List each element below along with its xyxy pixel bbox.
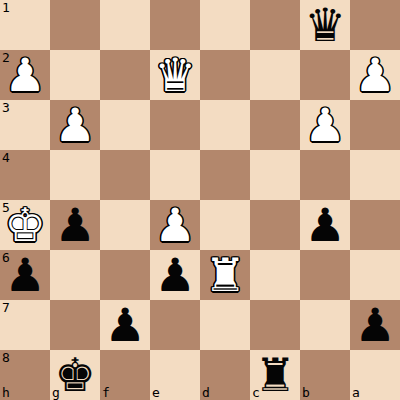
file-label-d: d	[202, 385, 210, 400]
file-label-e: e	[152, 385, 160, 400]
square-b3[interactable]: ♟	[300, 100, 350, 150]
square-h6[interactable]: 6♟	[0, 250, 50, 300]
piece-white-pawn-e5[interactable]: ♟	[150, 200, 200, 250]
piece-white-rook-d6[interactable]: ♜	[200, 250, 250, 300]
rank-label-3: 3	[2, 100, 10, 115]
square-d6[interactable]: ♜	[200, 250, 250, 300]
square-h4[interactable]: 4	[0, 150, 50, 200]
square-c6[interactable]	[250, 250, 300, 300]
square-b7[interactable]	[300, 300, 350, 350]
square-a2[interactable]: ♟	[350, 50, 400, 100]
square-f6[interactable]	[100, 250, 150, 300]
piece-black-queen-b1[interactable]: ♛	[300, 0, 350, 50]
square-f3[interactable]	[100, 100, 150, 150]
piece-white-pawn-g3[interactable]: ♟	[50, 100, 100, 150]
piece-white-pawn-h2[interactable]: ♟	[0, 50, 50, 100]
piece-black-rook-c8[interactable]: ♜	[250, 350, 300, 400]
square-f7[interactable]: ♟	[100, 300, 150, 350]
square-d3[interactable]	[200, 100, 250, 150]
square-g6[interactable]	[50, 250, 100, 300]
square-a8[interactable]: a	[350, 350, 400, 400]
square-c4[interactable]	[250, 150, 300, 200]
piece-white-king-h5[interactable]: ♚	[0, 200, 50, 250]
chess-board-wrapper: 1♛2♟♛♟3♟♟45♚♟♟♟6♟♟♜7♟♟8hg♚fedc♜ba	[0, 0, 400, 400]
square-d1[interactable]	[200, 0, 250, 50]
square-d5[interactable]	[200, 200, 250, 250]
piece-black-pawn-h6[interactable]: ♟	[0, 250, 50, 300]
square-g7[interactable]	[50, 300, 100, 350]
chess-board: 1♛2♟♛♟3♟♟45♚♟♟♟6♟♟♜7♟♟8hg♚fedc♜ba	[0, 0, 400, 400]
square-e3[interactable]	[150, 100, 200, 150]
square-g3[interactable]: ♟	[50, 100, 100, 150]
square-c5[interactable]	[250, 200, 300, 250]
rank-label-4: 4	[2, 150, 10, 165]
rank-label-8: 8	[2, 350, 10, 365]
square-g5[interactable]: ♟	[50, 200, 100, 250]
square-d7[interactable]	[200, 300, 250, 350]
square-h3[interactable]: 3	[0, 100, 50, 150]
square-c8[interactable]: c♜	[250, 350, 300, 400]
square-h1[interactable]: 1	[0, 0, 50, 50]
piece-black-king-g8[interactable]: ♚	[50, 350, 100, 400]
square-a7[interactable]: ♟	[350, 300, 400, 350]
square-e1[interactable]	[150, 0, 200, 50]
rank-label-7: 7	[2, 300, 10, 315]
square-h5[interactable]: 5♚	[0, 200, 50, 250]
square-a3[interactable]	[350, 100, 400, 150]
square-a4[interactable]	[350, 150, 400, 200]
square-a6[interactable]	[350, 250, 400, 300]
square-d8[interactable]: d	[200, 350, 250, 400]
square-a1[interactable]	[350, 0, 400, 50]
square-d2[interactable]	[200, 50, 250, 100]
square-e2[interactable]: ♛	[150, 50, 200, 100]
file-label-f: f	[102, 385, 110, 400]
piece-black-pawn-b5[interactable]: ♟	[300, 200, 350, 250]
piece-white-queen-e2[interactable]: ♛	[150, 50, 200, 100]
square-e7[interactable]	[150, 300, 200, 350]
square-h2[interactable]: 2♟	[0, 50, 50, 100]
square-g8[interactable]: g♚	[50, 350, 100, 400]
rank-label-1: 1	[2, 0, 10, 15]
square-d4[interactable]	[200, 150, 250, 200]
file-label-a: a	[352, 385, 360, 400]
square-e4[interactable]	[150, 150, 200, 200]
piece-black-pawn-g5[interactable]: ♟	[50, 200, 100, 250]
square-c1[interactable]	[250, 0, 300, 50]
square-f8[interactable]: f	[100, 350, 150, 400]
square-f2[interactable]	[100, 50, 150, 100]
square-h8[interactable]: 8h	[0, 350, 50, 400]
piece-black-pawn-e6[interactable]: ♟	[150, 250, 200, 300]
square-e8[interactable]: e	[150, 350, 200, 400]
square-c7[interactable]	[250, 300, 300, 350]
file-label-b: b	[302, 385, 310, 400]
square-c3[interactable]	[250, 100, 300, 150]
square-g4[interactable]	[50, 150, 100, 200]
square-b4[interactable]	[300, 150, 350, 200]
piece-white-pawn-a2[interactable]: ♟	[350, 50, 400, 100]
piece-white-pawn-b3[interactable]: ♟	[300, 100, 350, 150]
square-g2[interactable]	[50, 50, 100, 100]
square-e5[interactable]: ♟	[150, 200, 200, 250]
piece-black-pawn-f7[interactable]: ♟	[100, 300, 150, 350]
square-e6[interactable]: ♟	[150, 250, 200, 300]
square-b1[interactable]: ♛	[300, 0, 350, 50]
square-b8[interactable]: b	[300, 350, 350, 400]
square-f1[interactable]	[100, 0, 150, 50]
square-f5[interactable]	[100, 200, 150, 250]
square-f4[interactable]	[100, 150, 150, 200]
file-label-h: h	[2, 385, 10, 400]
piece-black-pawn-a7[interactable]: ♟	[350, 300, 400, 350]
square-b2[interactable]	[300, 50, 350, 100]
square-b6[interactable]	[300, 250, 350, 300]
square-h7[interactable]: 7	[0, 300, 50, 350]
square-a5[interactable]	[350, 200, 400, 250]
square-g1[interactable]	[50, 0, 100, 50]
square-c2[interactable]	[250, 50, 300, 100]
square-b5[interactable]: ♟	[300, 200, 350, 250]
